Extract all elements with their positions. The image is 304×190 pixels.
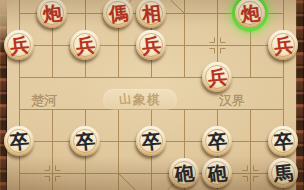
piece-glyph: 砲	[207, 163, 228, 184]
piece-glyph: 兵	[207, 67, 228, 88]
piece-black-soldier[interactable]: 卒	[70, 126, 100, 156]
piece-red-cannon-highlighted[interactable]: 炮	[235, 0, 265, 28]
piece-red-elephant[interactable]: 相	[136, 0, 166, 28]
piece-glyph: 兵	[75, 35, 96, 56]
piece-red-cannon[interactable]: 炮	[37, 0, 67, 28]
piece-red-soldier[interactable]: 兵	[268, 30, 298, 60]
piece-glyph: 卒	[273, 131, 294, 152]
piece-glyph: 兵	[141, 35, 162, 56]
piece-glyph: 卒	[75, 131, 96, 152]
board-intersections-grid: 炮傌相炮兵兵兵兵兵卒卒卒卒卒砲砲馬	[3, 0, 300, 189]
piece-black-horse[interactable]: 馬	[268, 158, 298, 188]
piece-red-soldier[interactable]: 兵	[202, 62, 232, 92]
piece-black-cannon[interactable]: 砲	[169, 158, 199, 188]
piece-glyph: 卒	[141, 131, 162, 152]
piece-glyph: 炮	[42, 3, 63, 24]
piece-black-soldier[interactable]: 卒	[136, 126, 166, 156]
piece-black-soldier[interactable]: 卒	[4, 126, 34, 156]
piece-glyph: 兵	[9, 35, 30, 56]
piece-red-soldier[interactable]: 兵	[136, 30, 166, 60]
piece-glyph: 馬	[273, 163, 294, 184]
xiangqi-board: 楚河 汉界 山 象棋 炮傌相炮兵兵兵兵兵卒卒卒卒卒砲砲馬	[0, 0, 304, 190]
piece-glyph: 卒	[207, 131, 228, 152]
piece-glyph: 傌	[108, 3, 129, 24]
piece-red-horse[interactable]: 傌	[103, 0, 133, 28]
piece-glyph: 兵	[273, 35, 294, 56]
piece-glyph: 炮	[240, 3, 261, 24]
piece-black-soldier[interactable]: 卒	[268, 126, 298, 156]
piece-glyph: 砲	[174, 163, 195, 184]
piece-black-cannon[interactable]: 砲	[202, 158, 232, 188]
piece-red-soldier[interactable]: 兵	[70, 30, 100, 60]
piece-black-soldier[interactable]: 卒	[202, 126, 232, 156]
piece-glyph: 卒	[9, 131, 30, 152]
piece-red-soldier[interactable]: 兵	[4, 30, 34, 60]
piece-glyph: 相	[141, 3, 162, 24]
